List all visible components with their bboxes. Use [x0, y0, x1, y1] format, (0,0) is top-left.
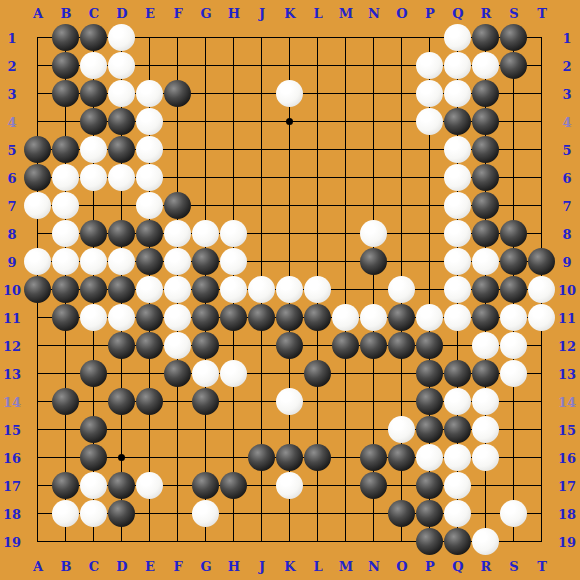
board-cell[interactable] — [24, 220, 52, 248]
board-cell[interactable] — [472, 248, 500, 276]
board-cell[interactable] — [472, 360, 500, 388]
board-cell[interactable] — [220, 108, 248, 136]
board-cell[interactable] — [80, 500, 108, 528]
board-cell[interactable] — [192, 500, 220, 528]
board-cell[interactable] — [52, 24, 80, 52]
board-cell[interactable] — [444, 388, 472, 416]
board-cell[interactable] — [528, 472, 556, 500]
board-cell[interactable] — [444, 500, 472, 528]
board-cell[interactable] — [388, 80, 416, 108]
board-cell[interactable] — [80, 24, 108, 52]
board-cell[interactable] — [192, 108, 220, 136]
board-cell[interactable] — [388, 444, 416, 472]
board-cell[interactable] — [24, 528, 52, 556]
board-cell[interactable] — [52, 444, 80, 472]
board-cell[interactable] — [248, 80, 276, 108]
board-cell[interactable] — [164, 304, 192, 332]
board-cell[interactable] — [304, 220, 332, 248]
board-cell[interactable] — [528, 500, 556, 528]
board-cell[interactable] — [416, 500, 444, 528]
board-cell[interactable] — [416, 164, 444, 192]
board-cell[interactable] — [472, 500, 500, 528]
board-cell[interactable] — [332, 80, 360, 108]
board-cell[interactable] — [164, 108, 192, 136]
board-cell[interactable] — [528, 528, 556, 556]
board-cell[interactable] — [192, 360, 220, 388]
board-cell[interactable] — [304, 136, 332, 164]
board-cell[interactable] — [528, 444, 556, 472]
board-cell[interactable] — [80, 276, 108, 304]
board-cell[interactable] — [52, 332, 80, 360]
board-cell[interactable] — [388, 276, 416, 304]
board-cell[interactable] — [80, 108, 108, 136]
board-cell[interactable] — [276, 52, 304, 80]
board-cell[interactable] — [444, 332, 472, 360]
board-cell[interactable] — [80, 80, 108, 108]
board-cell[interactable] — [24, 388, 52, 416]
board-cell[interactable] — [500, 136, 528, 164]
board-cell[interactable] — [332, 108, 360, 136]
board-cell[interactable] — [360, 500, 388, 528]
board-cell[interactable] — [164, 52, 192, 80]
board-cell[interactable] — [276, 24, 304, 52]
board-cell[interactable] — [108, 332, 136, 360]
board-cell[interactable] — [136, 136, 164, 164]
board-cell[interactable] — [24, 444, 52, 472]
board-cell[interactable] — [108, 136, 136, 164]
board-cell[interactable] — [360, 332, 388, 360]
board-cell[interactable] — [80, 136, 108, 164]
board-cell[interactable] — [136, 360, 164, 388]
board-cell[interactable] — [80, 192, 108, 220]
board-cell[interactable] — [248, 360, 276, 388]
board-cell[interactable] — [528, 52, 556, 80]
board-cell[interactable] — [472, 332, 500, 360]
board-cell[interactable] — [136, 192, 164, 220]
board-cell[interactable] — [80, 416, 108, 444]
board-cell[interactable] — [164, 192, 192, 220]
board-cell[interactable] — [500, 332, 528, 360]
board-cell[interactable] — [24, 332, 52, 360]
board-cell[interactable] — [416, 108, 444, 136]
board-cell[interactable] — [248, 528, 276, 556]
board-cell[interactable] — [52, 164, 80, 192]
board-cell[interactable] — [276, 472, 304, 500]
board-cell[interactable] — [24, 500, 52, 528]
board-cell[interactable] — [164, 220, 192, 248]
board-cell[interactable] — [80, 472, 108, 500]
board-cell[interactable] — [220, 416, 248, 444]
board-cell[interactable] — [332, 220, 360, 248]
board-cell[interactable] — [248, 500, 276, 528]
board-cell[interactable] — [276, 80, 304, 108]
board-cell[interactable] — [388, 388, 416, 416]
board-cell[interactable] — [304, 444, 332, 472]
board-cell[interactable] — [444, 220, 472, 248]
board-cell[interactable] — [500, 52, 528, 80]
board-cell[interactable] — [500, 304, 528, 332]
board-cell[interactable] — [136, 444, 164, 472]
board-cell[interactable] — [192, 136, 220, 164]
board-cell[interactable] — [528, 136, 556, 164]
board-cell[interactable] — [192, 528, 220, 556]
board-cell[interactable] — [416, 388, 444, 416]
board-cell[interactable] — [388, 192, 416, 220]
board-cell[interactable] — [360, 248, 388, 276]
board-cell[interactable] — [332, 192, 360, 220]
board-cell[interactable] — [472, 304, 500, 332]
board-cell[interactable] — [220, 444, 248, 472]
board-cell[interactable] — [136, 472, 164, 500]
board-cell[interactable] — [136, 304, 164, 332]
board-cell[interactable] — [136, 500, 164, 528]
board-cell[interactable] — [276, 164, 304, 192]
board-cell[interactable] — [220, 136, 248, 164]
board-cell[interactable] — [220, 500, 248, 528]
board-cell[interactable] — [248, 248, 276, 276]
board-cell[interactable] — [304, 108, 332, 136]
board-cell[interactable] — [80, 388, 108, 416]
board-cell[interactable] — [360, 472, 388, 500]
board-cell[interactable] — [108, 444, 136, 472]
board-cell[interactable] — [304, 192, 332, 220]
board-cell[interactable] — [108, 80, 136, 108]
board-cell[interactable] — [136, 24, 164, 52]
board-cell[interactable] — [444, 52, 472, 80]
board-cell[interactable] — [388, 528, 416, 556]
board-cell[interactable] — [472, 192, 500, 220]
board-cell[interactable] — [528, 276, 556, 304]
board-cell[interactable] — [416, 332, 444, 360]
board-cell[interactable] — [416, 248, 444, 276]
board-cell[interactable] — [472, 52, 500, 80]
board-cell[interactable] — [332, 388, 360, 416]
board-cell[interactable] — [24, 136, 52, 164]
board-cell[interactable] — [108, 472, 136, 500]
board-cell[interactable] — [80, 164, 108, 192]
board-cell[interactable] — [220, 276, 248, 304]
board-cell[interactable] — [276, 416, 304, 444]
board-cell[interactable] — [164, 136, 192, 164]
board-cell[interactable] — [416, 136, 444, 164]
board-cell[interactable] — [444, 80, 472, 108]
board-cell[interactable] — [444, 528, 472, 556]
board-cell[interactable] — [388, 304, 416, 332]
board-cell[interactable] — [304, 248, 332, 276]
board-cell[interactable] — [500, 360, 528, 388]
board-cell[interactable] — [164, 248, 192, 276]
board-cell[interactable] — [304, 388, 332, 416]
board-cell[interactable] — [220, 388, 248, 416]
board-cell[interactable] — [24, 80, 52, 108]
board-cell[interactable] — [24, 164, 52, 192]
board-cell[interactable] — [80, 360, 108, 388]
board-cell[interactable] — [192, 416, 220, 444]
board-cell[interactable] — [220, 332, 248, 360]
board-cell[interactable] — [472, 220, 500, 248]
board-cell[interactable] — [528, 304, 556, 332]
board-cell[interactable] — [276, 192, 304, 220]
board-cell[interactable] — [192, 276, 220, 304]
board-cell[interactable] — [276, 220, 304, 248]
board-cell[interactable] — [52, 500, 80, 528]
board-cell[interactable] — [136, 528, 164, 556]
board-cell[interactable] — [360, 220, 388, 248]
board-cell[interactable] — [528, 388, 556, 416]
board-cell[interactable] — [388, 416, 416, 444]
board-cell[interactable] — [220, 52, 248, 80]
board-cell[interactable] — [248, 388, 276, 416]
board-cell[interactable] — [500, 24, 528, 52]
board-cell[interactable] — [304, 528, 332, 556]
board-cell[interactable] — [500, 500, 528, 528]
board-cell[interactable] — [164, 388, 192, 416]
board-cell[interactable] — [108, 276, 136, 304]
board-cell[interactable] — [192, 332, 220, 360]
board-cell[interactable] — [80, 444, 108, 472]
board-cell[interactable] — [136, 220, 164, 248]
board-cell[interactable] — [276, 248, 304, 276]
board-cell[interactable] — [164, 276, 192, 304]
board-cell[interactable] — [24, 304, 52, 332]
board-cell[interactable] — [360, 360, 388, 388]
board-cell[interactable] — [24, 52, 52, 80]
board-cell[interactable] — [444, 416, 472, 444]
board-cell[interactable] — [248, 416, 276, 444]
board-cell[interactable] — [24, 108, 52, 136]
board-cell[interactable] — [388, 136, 416, 164]
board-cell[interactable] — [80, 332, 108, 360]
board-cell[interactable] — [332, 52, 360, 80]
board-cell[interactable] — [164, 24, 192, 52]
board-cell[interactable] — [108, 164, 136, 192]
board-cell[interactable] — [332, 528, 360, 556]
board-cell[interactable] — [416, 80, 444, 108]
board-cell[interactable] — [192, 192, 220, 220]
board-cell[interactable] — [528, 164, 556, 192]
board-cell[interactable] — [304, 416, 332, 444]
board-cell[interactable] — [220, 80, 248, 108]
board-cell[interactable] — [24, 416, 52, 444]
board-cell[interactable] — [500, 80, 528, 108]
board-cell[interactable] — [80, 248, 108, 276]
board-cell[interactable] — [388, 52, 416, 80]
board-cell[interactable] — [220, 24, 248, 52]
board-cell[interactable] — [416, 24, 444, 52]
board-cell[interactable] — [52, 360, 80, 388]
board-cell[interactable] — [332, 136, 360, 164]
board-cell[interactable] — [136, 276, 164, 304]
board-cell[interactable] — [360, 416, 388, 444]
board-cell[interactable] — [332, 332, 360, 360]
board-cell[interactable] — [136, 164, 164, 192]
board-cell[interactable] — [388, 332, 416, 360]
board-cell[interactable] — [192, 388, 220, 416]
board-cell[interactable] — [388, 108, 416, 136]
board-cell[interactable] — [80, 52, 108, 80]
board-cell[interactable] — [472, 276, 500, 304]
board-cell[interactable] — [24, 360, 52, 388]
board-cell[interactable] — [304, 276, 332, 304]
board-cell[interactable] — [444, 192, 472, 220]
board-cell[interactable] — [192, 80, 220, 108]
board-cell[interactable] — [360, 304, 388, 332]
board-cell[interactable] — [136, 332, 164, 360]
board-cell[interactable] — [276, 304, 304, 332]
board-cell[interactable] — [304, 500, 332, 528]
board-cell[interactable] — [500, 248, 528, 276]
board-cell[interactable] — [52, 472, 80, 500]
board-cell[interactable] — [108, 416, 136, 444]
board-cell[interactable] — [416, 52, 444, 80]
board-cell[interactable] — [248, 276, 276, 304]
board-cell[interactable] — [472, 388, 500, 416]
board-cell[interactable] — [360, 444, 388, 472]
board-cell[interactable] — [360, 52, 388, 80]
board-cell[interactable] — [220, 220, 248, 248]
board-cell[interactable] — [220, 164, 248, 192]
board-cell[interactable] — [248, 472, 276, 500]
board-cell[interactable] — [108, 52, 136, 80]
board-cell[interactable] — [416, 192, 444, 220]
board-cell[interactable] — [472, 136, 500, 164]
board-cell[interactable] — [332, 304, 360, 332]
board-cell[interactable] — [388, 472, 416, 500]
board-cell[interactable] — [220, 528, 248, 556]
board-cell[interactable] — [360, 192, 388, 220]
board-cell[interactable] — [388, 164, 416, 192]
board-cell[interactable] — [276, 276, 304, 304]
board-cell[interactable] — [500, 164, 528, 192]
board-cell[interactable] — [248, 332, 276, 360]
board-cell[interactable] — [108, 500, 136, 528]
board-cell[interactable] — [444, 444, 472, 472]
board-cell[interactable] — [80, 304, 108, 332]
board-cell[interactable] — [528, 248, 556, 276]
board-cell[interactable] — [528, 360, 556, 388]
board-cell[interactable] — [248, 164, 276, 192]
board-cell[interactable] — [332, 444, 360, 472]
board-cell[interactable] — [472, 528, 500, 556]
board-cell[interactable] — [472, 24, 500, 52]
board-cell[interactable] — [164, 472, 192, 500]
board-cell[interactable] — [332, 360, 360, 388]
board-cell[interactable] — [52, 192, 80, 220]
board-cell[interactable] — [500, 444, 528, 472]
board-cell[interactable] — [360, 108, 388, 136]
board-cell[interactable] — [136, 52, 164, 80]
board-cell[interactable] — [416, 304, 444, 332]
board-cell[interactable] — [416, 472, 444, 500]
board-cell[interactable] — [136, 108, 164, 136]
board-cell[interactable] — [388, 24, 416, 52]
board-cell[interactable] — [332, 500, 360, 528]
board-cell[interactable] — [276, 136, 304, 164]
board-cell[interactable] — [192, 444, 220, 472]
board-cell[interactable] — [108, 192, 136, 220]
board-cell[interactable] — [388, 220, 416, 248]
board-cell[interactable] — [276, 332, 304, 360]
board-cell[interactable] — [108, 360, 136, 388]
board-cell[interactable] — [24, 24, 52, 52]
board-cell[interactable] — [136, 388, 164, 416]
board-cell[interactable] — [416, 220, 444, 248]
board-cell[interactable] — [444, 276, 472, 304]
board-cell[interactable] — [360, 276, 388, 304]
board-cell[interactable] — [304, 52, 332, 80]
board-cell[interactable] — [444, 24, 472, 52]
board-cell[interactable] — [248, 444, 276, 472]
board-cell[interactable] — [220, 248, 248, 276]
board-cell[interactable] — [416, 360, 444, 388]
board-cell[interactable] — [500, 108, 528, 136]
board-cell[interactable] — [360, 388, 388, 416]
board-cell[interactable] — [528, 108, 556, 136]
board-cell[interactable] — [220, 304, 248, 332]
board-cell[interactable] — [360, 80, 388, 108]
board-cell[interactable] — [192, 52, 220, 80]
board-cell[interactable] — [276, 360, 304, 388]
board-cell[interactable] — [164, 444, 192, 472]
board-cell[interactable] — [108, 388, 136, 416]
board-cell[interactable] — [248, 220, 276, 248]
board-cell[interactable] — [164, 528, 192, 556]
board-cell[interactable] — [388, 248, 416, 276]
board-cell[interactable] — [304, 80, 332, 108]
board-cell[interactable] — [248, 24, 276, 52]
board-cell[interactable] — [472, 416, 500, 444]
board-cell[interactable] — [24, 276, 52, 304]
board-cell[interactable] — [388, 500, 416, 528]
board-cell[interactable] — [192, 220, 220, 248]
board-cell[interactable] — [332, 164, 360, 192]
board-cell[interactable] — [500, 276, 528, 304]
board-cell[interactable] — [472, 108, 500, 136]
board-cell[interactable] — [360, 136, 388, 164]
board-cell[interactable] — [500, 192, 528, 220]
board-cell[interactable] — [276, 500, 304, 528]
board-cell[interactable] — [304, 472, 332, 500]
board-cell[interactable] — [164, 80, 192, 108]
board-cell[interactable] — [24, 472, 52, 500]
board-cell[interactable] — [52, 528, 80, 556]
board-cell[interactable] — [248, 52, 276, 80]
board-cell[interactable] — [472, 472, 500, 500]
board-cell[interactable] — [52, 108, 80, 136]
board-cell[interactable] — [108, 528, 136, 556]
board-cell[interactable] — [220, 360, 248, 388]
board-cell[interactable] — [24, 248, 52, 276]
board-cell[interactable] — [136, 416, 164, 444]
board-cell[interactable] — [80, 528, 108, 556]
board-cell[interactable] — [332, 416, 360, 444]
board-cell[interactable] — [444, 136, 472, 164]
board-cell[interactable] — [444, 248, 472, 276]
board-cell[interactable] — [24, 192, 52, 220]
board-cell[interactable] — [52, 276, 80, 304]
board-cell[interactable] — [248, 304, 276, 332]
board-cell[interactable] — [500, 220, 528, 248]
board-cell[interactable] — [472, 80, 500, 108]
board-cell[interactable] — [192, 248, 220, 276]
board-cell[interactable] — [416, 276, 444, 304]
board-cell[interactable] — [304, 304, 332, 332]
board-cell[interactable] — [332, 24, 360, 52]
board-cell[interactable] — [388, 360, 416, 388]
board-cell[interactable] — [248, 108, 276, 136]
board-cell[interactable] — [500, 388, 528, 416]
board-cell[interactable] — [52, 220, 80, 248]
